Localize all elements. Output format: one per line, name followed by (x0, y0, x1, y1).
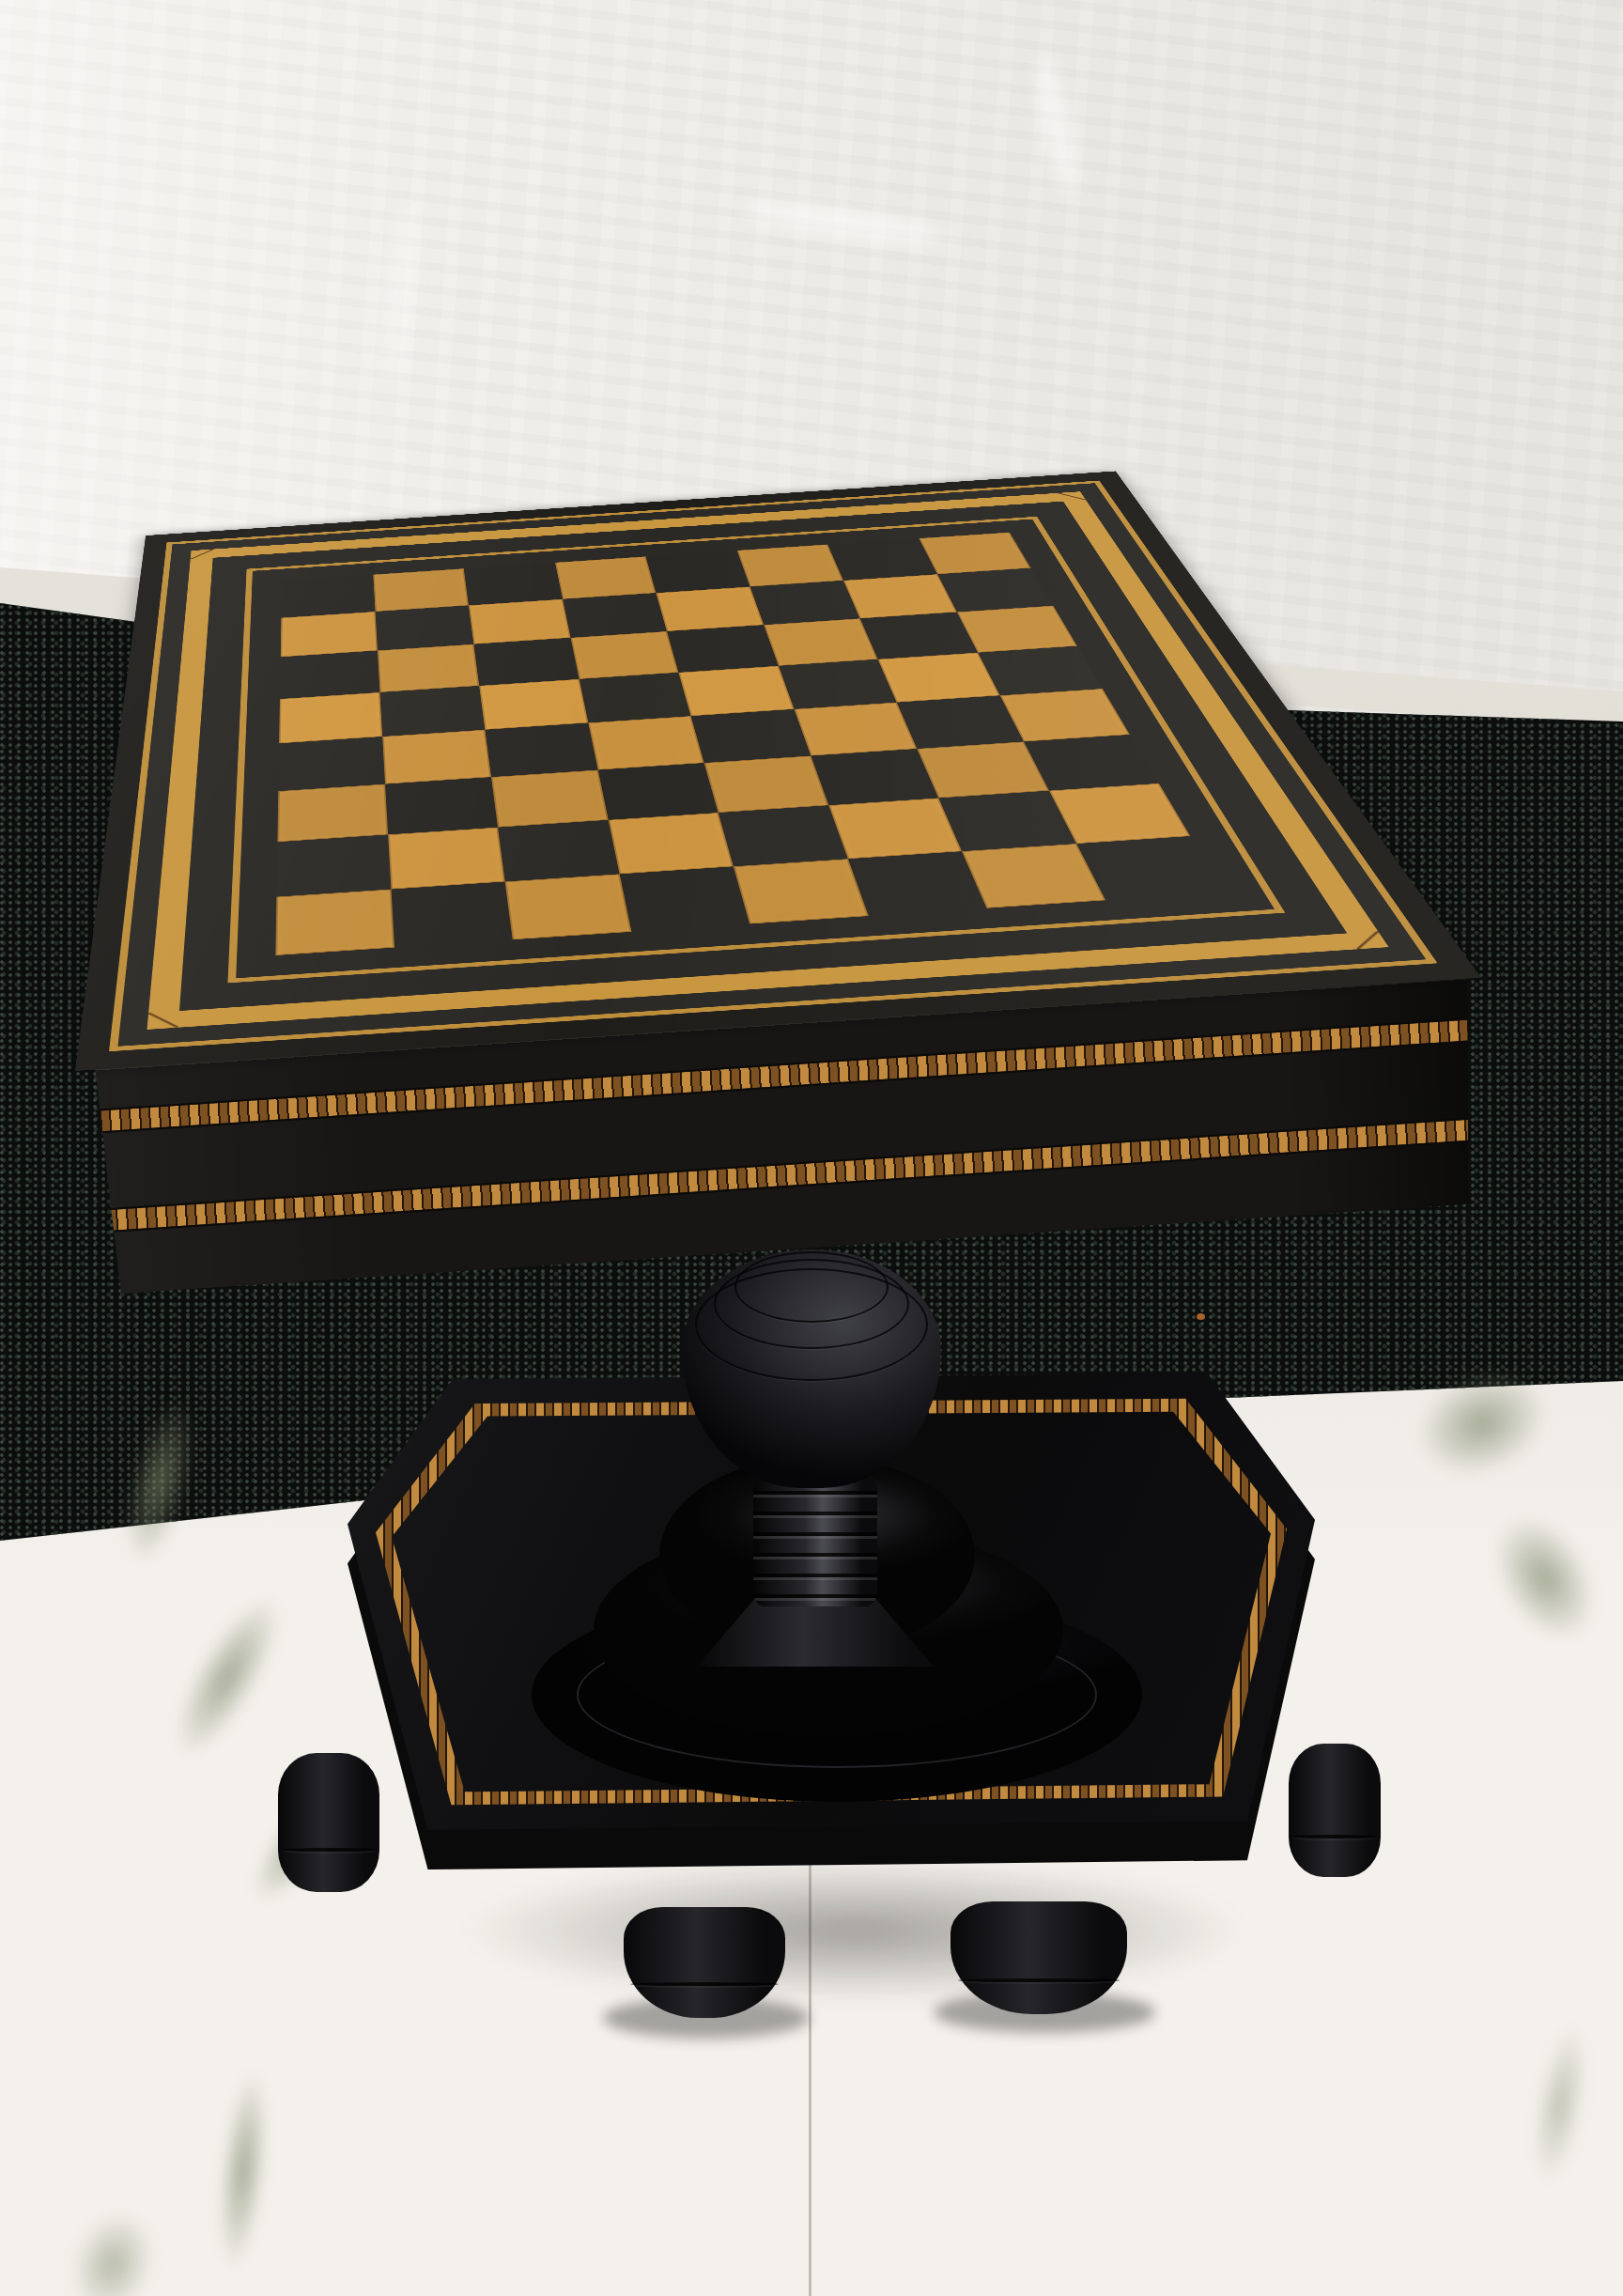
square-r2-f1[interactable] (281, 612, 378, 657)
square-r8-f3[interactable] (505, 874, 631, 939)
square-r2-f5[interactable] (656, 586, 763, 631)
square-r4-f6[interactable] (778, 659, 896, 709)
square-r2-f3[interactable] (469, 599, 570, 644)
band-miter-corner (1058, 491, 1086, 501)
band-miter-corner (191, 550, 214, 560)
band-miter-corner (147, 1011, 179, 1030)
square-r1-f4[interactable] (555, 556, 657, 598)
square-r1-f7[interactable] (827, 538, 936, 581)
square-r5-f5[interactable] (691, 709, 811, 763)
square-r7-f2[interactable] (388, 828, 505, 890)
square-r7-f1[interactable] (276, 834, 391, 896)
square-r6-f3[interactable] (491, 769, 608, 827)
square-r3-f6[interactable] (764, 618, 878, 665)
square-r1-f1[interactable] (281, 575, 375, 618)
square-r5-f4[interactable] (588, 716, 704, 769)
square-r1-f3[interactable] (464, 563, 563, 605)
table-top (75, 471, 1481, 1071)
bun-foot-right (1289, 1744, 1381, 1877)
square-r5-f6[interactable] (794, 703, 917, 756)
square-r6-f4[interactable] (597, 763, 718, 820)
square-r3-f3[interactable] (473, 638, 579, 686)
square-r1-f6[interactable] (736, 544, 843, 586)
square-r3-f4[interactable] (570, 631, 678, 679)
square-r5-f1[interactable] (278, 737, 384, 791)
square-r2-f2[interactable] (375, 605, 473, 650)
square-r4-f2[interactable] (379, 686, 485, 737)
square-r8-f5[interactable] (734, 859, 869, 923)
square-r2-f6[interactable] (750, 581, 860, 625)
square-r7-f5[interactable] (719, 805, 848, 866)
rug-speck (1197, 1313, 1205, 1320)
scene (0, 0, 1623, 2296)
square-r4-f3[interactable] (479, 679, 588, 730)
square-r4-f4[interactable] (579, 673, 690, 723)
square-r1-f2[interactable] (373, 568, 469, 612)
square-r6-f5[interactable] (704, 755, 828, 813)
square-r4-f1[interactable] (279, 692, 382, 743)
square-r8-f1[interactable] (275, 889, 394, 955)
square-r2-f4[interactable] (563, 593, 667, 638)
baluster-ring (734, 1251, 889, 1323)
column-ringed-neck (753, 1477, 877, 1606)
square-r6-f1[interactable] (277, 783, 387, 842)
square-r5-f3[interactable] (485, 722, 597, 776)
square-r3-f1[interactable] (280, 651, 379, 699)
square-r3-f2[interactable] (378, 644, 480, 692)
square-r7-f3[interactable] (498, 820, 619, 881)
square-r3-f5[interactable] (667, 625, 778, 672)
square-r6-f6[interactable] (811, 749, 938, 805)
square-r4-f5[interactable] (678, 666, 794, 717)
square-r8-f4[interactable] (619, 866, 750, 932)
bun-foot-left (278, 1753, 379, 1892)
square-r1-f5[interactable] (645, 551, 750, 593)
square-r5-f2[interactable] (382, 730, 491, 784)
square-r6-f2[interactable] (385, 777, 498, 835)
square-r7-f4[interactable] (608, 813, 733, 874)
apron-checkered-inlay-band (98, 1117, 1482, 1233)
square-r8-f2[interactable] (391, 881, 513, 947)
